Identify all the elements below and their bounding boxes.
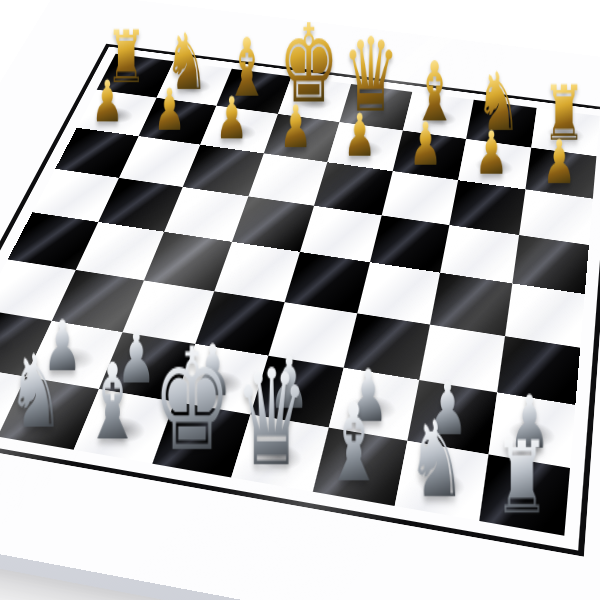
chess-photo-scene: ♜♞♝♚♛♝♞♜♟♟♟♟♟♟♟♟♟♟♟♟♟♟♟♟♜♞♝♚♛♝♞♜: [0, 0, 600, 600]
piece-gold-pawn[interactable]: ♟: [153, 83, 185, 138]
piece-silver-king[interactable]: ♚: [152, 333, 230, 468]
chess-board: ♜♞♝♚♛♝♞♜♟♟♟♟♟♟♟♟♟♟♟♟♟♟♟♟♜♞♝♚♛♝♞♜: [0, 0, 600, 600]
piece-silver-knight[interactable]: ♞: [408, 410, 467, 511]
piece-gold-pawn[interactable]: ♟: [343, 108, 376, 164]
piece-gold-pawn[interactable]: ♟: [92, 75, 124, 130]
piece-gold-pawn[interactable]: ♟: [279, 100, 312, 156]
piece-gold-pawn[interactable]: ♟: [475, 126, 508, 183]
piece-silver-bishop[interactable]: ♝: [324, 393, 384, 496]
piece-gold-pawn[interactable]: ♟: [542, 134, 576, 192]
piece-silver-bishop[interactable]: ♝: [84, 354, 142, 454]
piece-silver-knight[interactable]: ♞: [7, 345, 63, 441]
piece-silver-queen[interactable]: ♛: [235, 355, 309, 482]
piece-gold-pawn[interactable]: ♟: [216, 91, 248, 147]
piece-gold-pawn[interactable]: ♟: [409, 117, 442, 174]
piece-silver-rook[interactable]: ♜: [494, 430, 549, 525]
